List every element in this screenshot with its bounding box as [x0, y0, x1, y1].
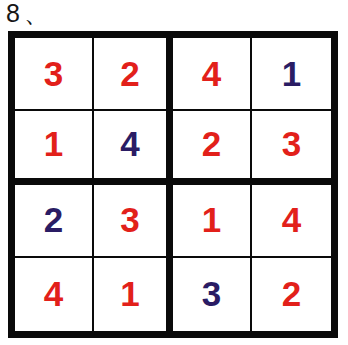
problem-number-label: 8、	[6, 0, 53, 28]
cell-r1c4: 1	[252, 38, 331, 111]
sudoku-board: 3241142323144132	[8, 31, 338, 338]
cell-r2c3: 2	[173, 111, 252, 184]
cell-r4c4: 2	[252, 258, 331, 331]
cell-r2c2: 4	[94, 111, 173, 184]
cell-r1c3: 4	[173, 38, 252, 111]
cell-r4c2: 1	[94, 258, 173, 331]
cell-r4c1: 4	[15, 258, 94, 331]
worksheet-page: 8、 3241142323144132	[0, 0, 348, 345]
cell-r3c1: 2	[15, 185, 94, 258]
cell-r3c3: 1	[173, 185, 252, 258]
cell-r4c3: 3	[173, 258, 252, 331]
cell-r1c1: 3	[15, 38, 94, 111]
cell-r2c1: 1	[15, 111, 94, 184]
cell-r1c2: 2	[94, 38, 173, 111]
cell-r3c2: 3	[94, 185, 173, 258]
cell-r2c4: 3	[252, 111, 331, 184]
cell-r3c4: 4	[252, 185, 331, 258]
